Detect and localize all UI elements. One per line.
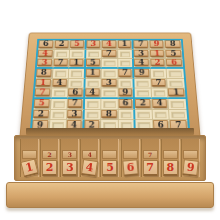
tile-digit: 7 [106,50,112,57]
drawer-slot-3[interactable]: 33 [60,139,79,177]
board-tile-4[interactable]: 4 [85,89,100,97]
cell-r8c9[interactable] [169,110,187,121]
cell-r3c5[interactable] [102,59,118,69]
cell-r4c7[interactable]: 9 [134,69,151,79]
tile-digit: 7 [39,88,46,96]
tile-stack-1[interactable] [22,150,37,159]
tile-drawer[interactable]: 1223344567789 [14,135,206,181]
drawer-tile-3[interactable]: 3 [62,160,77,176]
cell-r7c6[interactable]: 6 [118,99,135,110]
tile-digit: 1 [40,79,46,87]
drawer-slot-1[interactable]: 1 [20,139,39,177]
cell-r1c4[interactable]: 3 [86,40,102,49]
tile-stack-3[interactable]: 3 [62,150,77,159]
drawer-tile-6[interactable]: 6 [122,159,138,176]
cell-r6c9[interactable]: 1 [168,89,185,99]
board-tile-2[interactable]: 2 [135,99,150,108]
board-tile-5[interactable]: 5 [34,99,50,108]
board-tile-4[interactable]: 4 [152,99,167,108]
board-tile-3[interactable]: 3 [37,59,52,66]
stack-edge-digit: 4 [88,152,92,158]
tile-stack-5[interactable] [102,150,117,159]
tile-digit: 9 [154,40,160,47]
empty-slot [120,80,131,87]
board-tile-6[interactable]: 6 [118,99,132,108]
stack-edge-digit: 7 [148,152,152,158]
tile-stack-4[interactable]: 4 [82,150,97,159]
board-tile-1[interactable]: 1 [150,50,165,58]
board-tile-4[interactable]: 4 [52,79,67,87]
cell-r3c9[interactable]: 6 [166,59,183,69]
board-tile-7[interactable]: 7 [118,69,132,77]
tile-stack-8[interactable] [163,150,178,159]
empty-slot [120,51,131,57]
empty-slot [56,51,68,57]
empty-slot [103,101,115,108]
board-tile-6[interactable]: 6 [68,89,82,97]
tile-digit: 5 [90,59,96,66]
tile-digit: 7 [57,59,63,66]
drawer-tile-digit: 1 [24,161,34,174]
board-tile-3[interactable]: 3 [134,50,148,58]
cell-r8c8[interactable] [152,110,170,121]
drawer-tile-digit: 6 [126,162,135,174]
cell-r5c8[interactable]: 7 [151,79,168,89]
cell-r7c4[interactable] [85,99,102,110]
board-tile-7[interactable]: 7 [53,59,68,66]
tile-digit: 3 [90,40,96,47]
tile-digit: 7 [138,40,144,47]
cell-r6c2[interactable] [51,89,68,99]
tile-digit: 1 [90,69,96,77]
board-tile-2[interactable]: 2 [150,59,165,66]
drawer-tile-5[interactable]: 5 [102,160,117,176]
tile-digit: 2 [59,40,65,47]
cell-r7c7[interactable]: 2 [135,99,152,110]
cell-r7c8[interactable]: 4 [152,99,169,110]
cell-r4c4[interactable]: 1 [85,69,102,79]
tile-digit: 9 [122,88,128,96]
empty-slot [87,80,99,87]
board-tile-1[interactable]: 1 [35,79,50,87]
empty-slot [86,101,98,108]
tile-digit: 5 [74,40,80,47]
drawer-slot-8[interactable]: 8 [161,139,180,177]
tile-digit: 4 [106,40,112,47]
tile-digit: 5 [38,99,45,107]
tile-digit: 3 [41,59,47,66]
board-tile-1[interactable]: 1 [69,59,83,66]
board-tile-5[interactable]: 5 [166,50,182,58]
tile-stack-7[interactable]: 7 [143,150,158,159]
drawer-tile-9[interactable]: 9 [182,159,199,176]
empty-slot [169,70,182,76]
cell-r6c4[interactable]: 4 [85,89,102,99]
board-tile-5[interactable]: 5 [86,59,100,66]
board-tile-6[interactable]: 6 [38,40,53,48]
board-tile-7[interactable]: 7 [102,50,116,58]
tile-digit: 2 [154,59,160,66]
empty-slot [120,111,131,118]
drawer-tile-digit: 2 [46,162,54,173]
drawer-tile-7[interactable]: 7 [143,160,158,176]
cell-r3c2[interactable]: 7 [53,59,70,69]
tile-digit: 6 [72,88,78,96]
drawer-tile-digit: 8 [166,162,174,173]
board-tile-1[interactable]: 1 [85,69,100,77]
empty-slot [71,70,82,76]
board-tile-4[interactable]: 4 [38,50,53,58]
cell-r1c2[interactable]: 2 [54,40,70,49]
tile-digit: 3 [71,109,77,117]
cell-r3c3[interactable]: 1 [69,59,86,69]
empty-slot [137,80,149,87]
stack-edge-digit: 3 [68,152,72,158]
tile-digit: 4 [156,99,162,107]
cell-r8c4[interactable] [84,110,101,121]
empty-slot [104,91,116,97]
empty-slot [53,91,65,97]
drawer-tile-digit: 4 [85,162,94,174]
tile-digit: 4 [42,50,48,57]
empty-slot [171,101,185,108]
tile-digit: 3 [106,79,112,87]
board-tile-4[interactable]: 4 [102,40,116,48]
cell-r5c2[interactable]: 4 [52,79,69,89]
drawer-slot-9[interactable]: 9 [181,139,200,177]
cell-r4c3[interactable] [69,69,86,79]
cell-r1c6[interactable]: 1 [118,40,134,49]
tile-stack-9[interactable] [183,150,198,159]
board-tile-9[interactable]: 9 [118,89,132,97]
cell-r6c5[interactable] [102,89,119,99]
board-frame: 6253417984731537154268179143776491576242… [19,33,201,142]
empty-slot [88,51,100,57]
tile-digit: 1 [73,59,79,66]
drawer-tile-digit: 7 [146,162,154,173]
empty-slot [154,111,167,118]
sudoku-grid: 6253417984731537154268179143776491576242… [30,39,191,134]
empty-slot [72,51,83,57]
drawer-tile-digit: 9 [186,162,195,174]
drawer-tile-4[interactable]: 4 [81,159,98,177]
board-tile-8[interactable]: 8 [101,110,116,119]
tile-stack-2[interactable]: 2 [42,150,57,159]
tile-digit: 9 [139,69,145,77]
empty-slot [154,91,166,97]
drawer-slot-6[interactable]: 6 [121,139,140,177]
tile-digit: 7 [155,79,161,87]
board-tile-7[interactable]: 7 [151,79,166,87]
tile-stack-6[interactable] [123,150,138,159]
empty-slot [86,111,98,118]
board-tile-3[interactable]: 3 [102,79,117,87]
cell-r8c6[interactable] [118,110,135,121]
board-tile-7[interactable]: 7 [35,89,50,97]
empty-slot [104,61,116,67]
tile-digit: 3 [138,50,144,57]
board-tile-7[interactable]: 7 [134,40,148,48]
board-tile-1[interactable]: 1 [118,40,131,48]
board-tile-2[interactable]: 2 [54,40,68,48]
empty-slot [172,111,186,118]
tile-digit: 8 [106,109,112,117]
board-tile-9[interactable]: 9 [134,69,149,77]
board-tile-9[interactable]: 9 [149,40,163,48]
cell-r1c3[interactable]: 5 [70,40,86,49]
cell-r4c9[interactable] [167,69,184,79]
cell-r8c3[interactable]: 3 [67,110,84,121]
cell-r4c6[interactable]: 7 [118,69,135,79]
tile-digit: 2 [140,99,146,107]
tile-digit: 1 [173,88,180,96]
empty-slot [137,111,149,118]
empty-slot [104,70,116,76]
tile-digit: 8 [170,40,176,47]
tile-digit: 1 [122,40,128,47]
cell-r5c5[interactable]: 3 [102,79,119,89]
board-tile-6[interactable]: 6 [166,59,182,66]
drawer-slot-4[interactable]: 44 [80,139,99,177]
board-tile-3[interactable]: 3 [67,110,81,119]
board-tile-8[interactable]: 8 [165,40,180,48]
tile-digit: 6 [122,99,128,107]
board-tile-4[interactable]: 4 [134,59,149,66]
cell-r3c8[interactable]: 2 [150,59,167,69]
cell-r2c5[interactable]: 7 [102,50,118,59]
tile-digit: 1 [154,50,160,57]
tile-digit: 4 [56,79,62,87]
drawer-tile-1[interactable]: 1 [20,158,38,177]
drawer-tile-8[interactable]: 8 [163,160,178,176]
drawer-opening [26,128,194,135]
tile-digit: 6 [43,40,49,47]
cell-r2c6[interactable] [118,50,134,59]
stack-edge-digit: 2 [48,152,52,158]
tile-digit: 8 [40,69,46,77]
drawer-tile-2[interactable]: 2 [42,160,57,176]
board-tile-2[interactable]: 2 [33,110,49,119]
drawer-slot-7[interactable]: 77 [141,139,160,177]
empty-slot [120,61,131,67]
tile-digit: 5 [170,50,176,57]
drawer-tile-digit: 5 [106,162,114,173]
cell-r5c7[interactable] [135,79,152,89]
cell-r7c2[interactable] [51,99,68,110]
drawer-slot-5[interactable]: 5 [100,139,119,177]
cell-r8c2[interactable] [50,110,68,121]
board-tile-3[interactable]: 3 [86,40,100,48]
empty-slot [137,91,149,97]
empty-slot [153,70,165,76]
cell-r8c1[interactable]: 2 [33,110,51,121]
tile-digit: 4 [89,88,95,96]
tile-digit: 6 [171,59,177,66]
empty-slot [53,101,65,108]
tile-digit: 7 [72,99,78,107]
cell-r8c5[interactable]: 8 [101,110,118,121]
board-tile-8[interactable]: 8 [36,69,51,77]
empty-slot [54,70,66,76]
sudoku-board: 6253417984731537154268179143776491576242… [19,16,201,142]
board-tile-5[interactable]: 5 [70,40,83,48]
tile-digit: 2 [37,109,44,117]
empty-slot [170,80,183,87]
cell-r8c7[interactable] [135,110,152,121]
tile-digit: 4 [138,59,144,66]
drawer-tile-digit: 3 [66,162,74,173]
product-photo: 6253417984731537154268179143776491576242… [0,0,220,220]
board-tile-1[interactable]: 1 [168,89,184,97]
board-tile-7[interactable]: 7 [68,99,82,108]
drawer-slot-2[interactable]: 22 [40,139,59,177]
cell-r7c9[interactable] [169,99,187,110]
tile-digit: 7 [122,69,128,77]
empty-slot [52,111,65,118]
empty-slot [70,80,81,87]
drawer-front-panel[interactable] [6,182,214,208]
